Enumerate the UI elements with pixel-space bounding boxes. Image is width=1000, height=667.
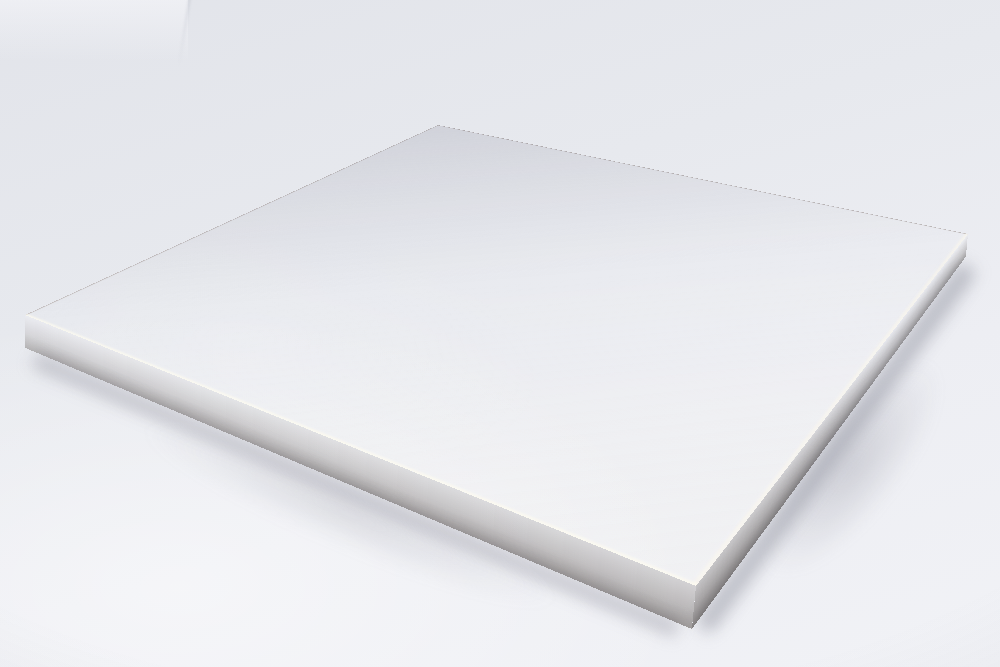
backdrop-seam — [177, 0, 191, 67]
product-photo — [0, 0, 1000, 667]
backdrop-panel — [0, 0, 188, 62]
